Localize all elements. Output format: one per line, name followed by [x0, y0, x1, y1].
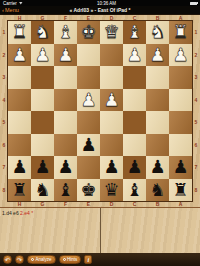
menu-back-label: Menu	[5, 7, 19, 13]
rank-label-7: 7	[192, 156, 200, 179]
square-h2[interactable]: ♟	[8, 44, 31, 67]
square-g8[interactable]: ♞	[31, 179, 54, 202]
piece-black-bishop: ♝	[123, 179, 146, 202]
carrier-label: Carrier	[3, 1, 17, 6]
rank-labels-right: 12345678	[192, 21, 200, 201]
square-a8[interactable]: ♜	[169, 179, 192, 202]
info-icon: i	[87, 257, 89, 263]
square-b2[interactable]: ♟	[146, 44, 169, 67]
piece-white-pawn: ♟	[8, 44, 31, 67]
rank-label-8: 8	[0, 179, 8, 202]
piece-white-pawn: ♟	[54, 44, 77, 67]
square-h6[interactable]	[8, 134, 31, 157]
board-area: HGFEDCBA 12345678 ♜♞♝♚♛♝♞♜♟♟♟♟♟♟♟♟♟♟♟♟♟♟…	[0, 15, 200, 253]
analyze-icon	[31, 258, 34, 261]
piece-black-queen: ♛	[100, 179, 123, 202]
square-a1[interactable]: ♜	[169, 21, 192, 44]
square-f1[interactable]: ♝	[54, 21, 77, 44]
menu-back-button[interactable]: ‹ Menu	[0, 7, 19, 13]
square-g1[interactable]: ♞	[31, 21, 54, 44]
info-button[interactable]: i	[84, 255, 92, 264]
square-d6[interactable]	[100, 134, 123, 157]
rank-label-2: 2	[0, 44, 8, 67]
wifi-icon	[19, 2, 23, 5]
rank-labels-left: 12345678	[0, 21, 8, 201]
piece-white-pawn: ♟	[169, 44, 192, 67]
square-d1[interactable]: ♛	[100, 21, 123, 44]
square-c7[interactable]: ♟	[123, 156, 146, 179]
piece-black-knight: ♞	[31, 179, 54, 202]
square-f2[interactable]: ♟	[54, 44, 77, 67]
square-e1[interactable]: ♚	[77, 21, 100, 44]
square-c3[interactable]	[123, 66, 146, 89]
square-f8[interactable]: ♝	[54, 179, 77, 202]
rank-label-5: 5	[0, 111, 8, 134]
piece-black-pawn: ♟	[8, 156, 31, 179]
piece-black-pawn: ♟	[31, 156, 54, 179]
move-segment: 1.d4 e6	[2, 210, 20, 216]
square-e5[interactable]	[77, 111, 100, 134]
square-g3[interactable]	[31, 66, 54, 89]
square-a3[interactable]	[169, 66, 192, 89]
status-left: Carrier	[3, 1, 23, 6]
square-h7[interactable]: ♟	[8, 156, 31, 179]
piece-black-pawn: ♟	[123, 156, 146, 179]
piece-black-king: ♚	[77, 179, 100, 202]
square-b7[interactable]: ♟	[146, 156, 169, 179]
square-a4[interactable]	[169, 89, 192, 112]
undo-move-button[interactable]: ↶	[3, 255, 12, 264]
square-f7[interactable]: ♟	[54, 156, 77, 179]
hints-button[interactable]: Hints	[59, 255, 82, 264]
piece-black-bishop: ♝	[54, 179, 77, 202]
annotation-area: 1.d4 e6 2.e4 *	[0, 207, 200, 253]
square-g4[interactable]	[31, 89, 54, 112]
piece-white-bishop: ♝	[54, 21, 77, 44]
piece-black-pawn: ♟	[54, 156, 77, 179]
rank-label-8: 8	[192, 179, 200, 202]
square-e6[interactable]: ♟	[77, 134, 100, 157]
hints-label: Hints	[67, 257, 77, 262]
square-d7[interactable]: ♟	[100, 156, 123, 179]
piece-black-pawn: ♟	[77, 134, 100, 157]
board-row: 12345678 ♜♞♝♚♛♝♞♜♟♟♟♟♟♟♟♟♟♟♟♟♟♟♟♟♜♞♝♚♛♝♞…	[0, 21, 200, 201]
pane-divider	[100, 208, 101, 253]
square-d4[interactable]: ♟	[100, 89, 123, 112]
redo-icon: ↷	[17, 257, 22, 263]
rank-label-3: 3	[0, 66, 8, 89]
square-c8[interactable]: ♝	[123, 179, 146, 202]
bottom-toolbar: ↶ ↷ Analyze Hints i	[0, 253, 200, 266]
piece-white-pawn: ♟	[77, 89, 100, 112]
chess-board: ♜♞♝♚♛♝♞♜♟♟♟♟♟♟♟♟♟♟♟♟♟♟♟♟♜♞♝♚♛♝♞♜	[8, 21, 192, 201]
piece-white-rook: ♜	[169, 21, 192, 44]
rank-label-1: 1	[192, 21, 200, 44]
square-h3[interactable]	[8, 66, 31, 89]
piece-white-bishop: ♝	[123, 21, 146, 44]
square-b5[interactable]	[146, 111, 169, 134]
square-e4[interactable]: ♟	[77, 89, 100, 112]
redo-move-button[interactable]: ↷	[15, 255, 24, 264]
piece-white-pawn: ♟	[123, 44, 146, 67]
piece-black-rook: ♜	[169, 179, 192, 202]
hints-icon	[63, 258, 66, 261]
square-c1[interactable]: ♝	[123, 21, 146, 44]
rank-label-5: 5	[192, 111, 200, 134]
square-a7[interactable]: ♟	[169, 156, 192, 179]
square-b4[interactable]	[146, 89, 169, 112]
piece-white-rook: ♜	[8, 21, 31, 44]
square-b1[interactable]: ♞	[146, 21, 169, 44]
square-g5[interactable]	[31, 111, 54, 134]
rank-label-6: 6	[0, 134, 8, 157]
square-a6[interactable]	[169, 134, 192, 157]
rank-label-2: 2	[192, 44, 200, 67]
square-e7[interactable]	[77, 156, 100, 179]
square-c4[interactable]	[123, 89, 146, 112]
piece-black-pawn: ♟	[100, 156, 123, 179]
rank-label-7: 7	[0, 156, 8, 179]
square-e8[interactable]: ♚	[77, 179, 100, 202]
square-d5[interactable]	[100, 111, 123, 134]
piece-white-queen: ♛	[100, 21, 123, 44]
battery-icon	[190, 2, 197, 5]
square-d2[interactable]	[100, 44, 123, 67]
square-g2[interactable]: ♟	[31, 44, 54, 67]
rank-label-4: 4	[0, 89, 8, 112]
square-b3[interactable]	[146, 66, 169, 89]
chevron-left-icon: ‹	[2, 7, 4, 13]
square-d3[interactable]	[100, 66, 123, 89]
piece-black-knight: ♞	[146, 179, 169, 202]
analyze-button[interactable]: Analyze	[27, 255, 56, 264]
square-c2[interactable]: ♟	[123, 44, 146, 67]
square-g7[interactable]: ♟	[31, 156, 54, 179]
rank-label-4: 4	[192, 89, 200, 112]
square-h8[interactable]: ♜	[8, 179, 31, 202]
move-list[interactable]: 1.d4 e6 2.e4 *	[0, 208, 103, 218]
square-d8[interactable]: ♛	[100, 179, 123, 202]
square-f5[interactable]	[54, 111, 77, 134]
square-e2[interactable]	[77, 44, 100, 67]
square-a2[interactable]: ♟	[169, 44, 192, 67]
piece-white-pawn: ♟	[146, 44, 169, 67]
square-f6[interactable]	[54, 134, 77, 157]
piece-white-king: ♚	[77, 21, 100, 44]
piece-white-knight: ♞	[31, 21, 54, 44]
square-b6[interactable]	[146, 134, 169, 157]
square-e3[interactable]	[77, 66, 100, 89]
square-f3[interactable]	[54, 66, 77, 89]
piece-white-pawn: ♟	[100, 89, 123, 112]
square-c5[interactable]	[123, 111, 146, 134]
square-b8[interactable]: ♞	[146, 179, 169, 202]
time-label: 10:36 AM	[97, 1, 116, 6]
game-title: « AdrI03 » - East Of iPad *	[0, 7, 200, 13]
square-h4[interactable]	[8, 89, 31, 112]
square-f4[interactable]	[54, 89, 77, 112]
nav-bar: « AdrI03 » - East Of iPad * ‹ Menu	[0, 6, 200, 15]
square-h1[interactable]: ♜	[8, 21, 31, 44]
piece-black-rook: ♜	[8, 179, 31, 202]
square-g6[interactable]	[31, 134, 54, 157]
move-segment: 2.e4 *	[20, 210, 33, 216]
undo-icon: ↶	[5, 257, 10, 263]
square-h5[interactable]	[8, 111, 31, 134]
chess-app-screen: Carrier 10:36 AM « AdrI03 » - East Of iP…	[0, 0, 200, 266]
square-c6[interactable]	[123, 134, 146, 157]
piece-black-pawn: ♟	[169, 156, 192, 179]
piece-white-knight: ♞	[146, 21, 169, 44]
rank-label-1: 1	[0, 21, 8, 44]
piece-black-pawn: ♟	[146, 156, 169, 179]
square-a5[interactable]	[169, 111, 192, 134]
rank-label-6: 6	[192, 134, 200, 157]
piece-white-pawn: ♟	[31, 44, 54, 67]
analyze-label: Analyze	[36, 257, 52, 262]
rank-label-3: 3	[192, 66, 200, 89]
